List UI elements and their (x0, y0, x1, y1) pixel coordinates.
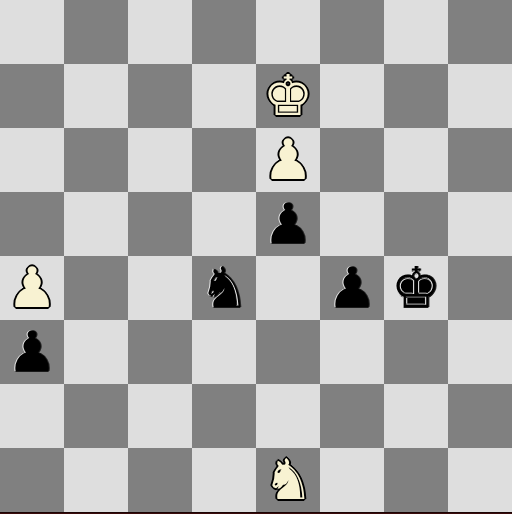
square-e2[interactable] (256, 384, 320, 448)
square-c3[interactable] (128, 320, 192, 384)
square-f2[interactable] (320, 384, 384, 448)
square-e1[interactable]: ♞ (256, 448, 320, 512)
square-h6[interactable] (448, 128, 512, 192)
square-b6[interactable] (64, 128, 128, 192)
square-d8[interactable] (192, 0, 256, 64)
square-a1[interactable] (0, 448, 64, 512)
square-f3[interactable] (320, 320, 384, 384)
square-g3[interactable] (384, 320, 448, 384)
square-d7[interactable] (192, 64, 256, 128)
square-f8[interactable] (320, 0, 384, 64)
square-h3[interactable] (448, 320, 512, 384)
square-h4[interactable] (448, 256, 512, 320)
square-h8[interactable] (448, 0, 512, 64)
square-e4[interactable] (256, 256, 320, 320)
square-b7[interactable] (64, 64, 128, 128)
square-a2[interactable] (0, 384, 64, 448)
square-g4[interactable]: ♚ (384, 256, 448, 320)
square-f5[interactable] (320, 192, 384, 256)
square-f7[interactable] (320, 64, 384, 128)
square-d2[interactable] (192, 384, 256, 448)
square-a8[interactable] (0, 0, 64, 64)
square-f1[interactable] (320, 448, 384, 512)
square-c4[interactable] (128, 256, 192, 320)
square-g2[interactable] (384, 384, 448, 448)
square-h5[interactable] (448, 192, 512, 256)
square-a7[interactable] (0, 64, 64, 128)
square-g1[interactable] (384, 448, 448, 512)
square-h7[interactable] (448, 64, 512, 128)
square-e8[interactable] (256, 0, 320, 64)
square-b4[interactable] (64, 256, 128, 320)
square-a4[interactable]: ♟ (0, 256, 64, 320)
square-c7[interactable] (128, 64, 192, 128)
square-e7[interactable]: ♚ (256, 64, 320, 128)
square-b8[interactable] (64, 0, 128, 64)
square-e3[interactable] (256, 320, 320, 384)
square-b5[interactable] (64, 192, 128, 256)
square-a3[interactable]: ♟ (0, 320, 64, 384)
white-king: ♚ (263, 64, 313, 128)
square-d1[interactable] (192, 448, 256, 512)
black-knight: ♞ (199, 256, 249, 320)
white-pawn: ♟ (263, 128, 313, 192)
black-pawn: ♟ (327, 256, 377, 320)
square-b3[interactable] (64, 320, 128, 384)
square-c5[interactable] (128, 192, 192, 256)
square-a5[interactable] (0, 192, 64, 256)
white-pawn: ♟ (7, 256, 57, 320)
square-c2[interactable] (128, 384, 192, 448)
black-pawn: ♟ (7, 320, 57, 384)
square-g7[interactable] (384, 64, 448, 128)
square-f4[interactable]: ♟ (320, 256, 384, 320)
square-d3[interactable] (192, 320, 256, 384)
square-g6[interactable] (384, 128, 448, 192)
square-e5[interactable]: ♟ (256, 192, 320, 256)
square-b1[interactable] (64, 448, 128, 512)
black-king: ♚ (391, 256, 441, 320)
white-knight: ♞ (263, 448, 313, 512)
chess-board: ♚♟♟♟♞♟♚♟♞ (0, 0, 512, 512)
square-c6[interactable] (128, 128, 192, 192)
square-f6[interactable] (320, 128, 384, 192)
square-h2[interactable] (448, 384, 512, 448)
black-pawn: ♟ (263, 192, 313, 256)
square-e6[interactable]: ♟ (256, 128, 320, 192)
square-d5[interactable] (192, 192, 256, 256)
square-d4[interactable]: ♞ (192, 256, 256, 320)
square-c1[interactable] (128, 448, 192, 512)
square-a6[interactable] (0, 128, 64, 192)
square-c8[interactable] (128, 0, 192, 64)
square-b2[interactable] (64, 384, 128, 448)
chess-app-window: ♚♟♟♟♞♟♚♟♞ (0, 0, 512, 514)
square-h1[interactable] (448, 448, 512, 512)
square-g8[interactable] (384, 0, 448, 64)
square-g5[interactable] (384, 192, 448, 256)
square-d6[interactable] (192, 128, 256, 192)
